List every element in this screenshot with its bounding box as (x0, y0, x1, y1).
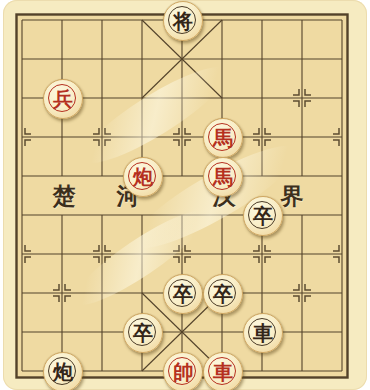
piece-glyph: 将 (173, 2, 193, 40)
piece-glyph: 車 (253, 314, 273, 352)
piece-glyph: 馬 (213, 119, 233, 157)
piece-glyph: 車 (213, 353, 233, 390)
piece-red-horse-2[interactable]: 馬 (203, 157, 243, 197)
piece-glyph: 卒 (213, 275, 233, 313)
board-card: 楚 河 汉 界 将兵馬炮馬卒卒卒卒車炮帥車 (3, 0, 367, 390)
piece-red-horse-1[interactable]: 馬 (203, 118, 243, 158)
piece-black-chariot-1[interactable]: 車 (243, 313, 283, 353)
xiangqi-app: 楚 河 汉 界 将兵馬炮馬卒卒卒卒車炮帥車 (0, 0, 370, 390)
piece-glyph: 卒 (133, 314, 153, 352)
piece-red-general[interactable]: 帥 (163, 352, 203, 390)
piece-glyph: 兵 (53, 80, 73, 118)
piece-black-soldier-1[interactable]: 卒 (243, 196, 283, 236)
piece-black-cannon-1[interactable]: 炮 (43, 352, 83, 390)
piece-glyph: 炮 (133, 158, 153, 196)
piece-glyph: 卒 (253, 197, 273, 235)
piece-glyph: 帥 (173, 353, 193, 390)
river-label-chu: 楚 (44, 181, 84, 211)
piece-black-general[interactable]: 将 (163, 1, 203, 41)
piece-glyph: 卒 (173, 275, 193, 313)
piece-black-soldier-2[interactable]: 卒 (163, 274, 203, 314)
piece-black-soldier-4[interactable]: 卒 (123, 313, 163, 353)
piece-red-soldier-1[interactable]: 兵 (43, 79, 83, 119)
piece-black-soldier-3[interactable]: 卒 (203, 274, 243, 314)
piece-red-chariot-1[interactable]: 車 (203, 352, 243, 390)
piece-glyph: 炮 (53, 353, 73, 390)
piece-glyph: 馬 (213, 158, 233, 196)
piece-red-cannon-1[interactable]: 炮 (123, 157, 163, 197)
